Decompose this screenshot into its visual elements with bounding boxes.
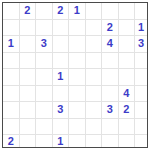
cell-r3c5[interactable] (69, 36, 86, 53)
clue-digit: 1 (57, 71, 63, 82)
cell-r4c6[interactable] (86, 53, 103, 70)
cell-r6c4[interactable] (53, 86, 70, 103)
cell-r5c2[interactable] (20, 69, 37, 86)
cell-r5c6[interactable] (86, 69, 103, 86)
cell-r9c7[interactable] (102, 135, 119, 147)
clue-digit: 3 (138, 38, 144, 49)
cell-r1c9[interactable] (135, 3, 147, 20)
cell-r6c5[interactable] (69, 86, 86, 103)
cell-r4c5[interactable] (69, 53, 86, 70)
cell-r9c1[interactable]: 2 (3, 135, 20, 147)
cell-r7c9[interactable] (135, 102, 147, 119)
cell-r3c8[interactable] (119, 36, 136, 53)
cell-r1c2[interactable]: 2 (20, 3, 37, 20)
cell-r3c7[interactable]: 4 (102, 36, 119, 53)
cell-r7c6[interactable] (86, 102, 103, 119)
cell-r2c7[interactable]: 2 (102, 20, 119, 37)
cell-r4c4[interactable] (53, 53, 70, 70)
cell-r8c2[interactable] (20, 119, 37, 136)
cell-r9c9[interactable] (135, 135, 147, 147)
cell-r8c4[interactable] (53, 119, 70, 136)
clue-digit: 3 (57, 104, 63, 115)
cell-r4c2[interactable] (20, 53, 37, 70)
cell-r1c6[interactable] (86, 3, 103, 20)
cell-r6c1[interactable] (3, 86, 20, 103)
clue-digit: 1 (74, 5, 80, 16)
cell-r2c3[interactable] (36, 20, 53, 37)
cell-r2c5[interactable] (69, 20, 86, 37)
cell-r2c6[interactable] (86, 20, 103, 37)
clue-digit: 1 (138, 22, 144, 33)
cell-r6c3[interactable] (36, 86, 53, 103)
cell-r7c2[interactable] (20, 102, 37, 119)
cell-r6c9[interactable] (135, 86, 147, 103)
cell-r9c2[interactable] (20, 135, 37, 147)
cell-r6c2[interactable] (20, 86, 37, 103)
cell-r2c9[interactable]: 1 (135, 20, 147, 37)
cell-r6c8[interactable]: 4 (119, 86, 136, 103)
clue-digit: 1 (57, 136, 63, 147)
cell-r8c8[interactable] (119, 119, 136, 136)
cell-r4c3[interactable] (36, 53, 53, 70)
cell-r5c4[interactable]: 1 (53, 69, 70, 86)
cell-r2c2[interactable] (20, 20, 37, 37)
cell-r8c5[interactable] (69, 119, 86, 136)
cell-r1c3[interactable] (36, 3, 53, 20)
cell-r7c8[interactable]: 2 (119, 102, 136, 119)
clue-digit: 2 (57, 5, 63, 16)
cell-r5c7[interactable] (102, 69, 119, 86)
cell-r9c3[interactable] (36, 135, 53, 147)
cell-r2c1[interactable] (3, 20, 20, 37)
cell-r8c3[interactable] (36, 119, 53, 136)
cell-r8c6[interactable] (86, 119, 103, 136)
cell-r1c1[interactable] (3, 3, 20, 20)
cell-r9c8[interactable] (119, 135, 136, 147)
cell-r9c5[interactable] (69, 135, 86, 147)
cell-r9c4[interactable]: 1 (53, 135, 70, 147)
clue-digit: 4 (107, 38, 113, 49)
clue-digit: 2 (107, 22, 113, 33)
cell-r3c6[interactable] (86, 36, 103, 53)
cell-r7c7[interactable]: 3 (102, 102, 119, 119)
cell-r2c8[interactable] (119, 20, 136, 37)
cell-r7c1[interactable] (3, 102, 20, 119)
cell-r3c4[interactable] (53, 36, 70, 53)
cell-r5c3[interactable] (36, 69, 53, 86)
cell-r7c3[interactable] (36, 102, 53, 119)
clue-digit: 2 (123, 104, 129, 115)
cell-r6c6[interactable] (86, 86, 103, 103)
cell-r4c1[interactable] (3, 53, 20, 70)
cell-r5c9[interactable] (135, 69, 147, 86)
cell-r2c4[interactable] (53, 20, 70, 37)
puzzle-board: 2212113431433221 (2, 2, 148, 148)
cell-r5c8[interactable] (119, 69, 136, 86)
clue-digit: 2 (24, 5, 30, 16)
cell-r1c4[interactable]: 2 (53, 3, 70, 20)
cell-r6c7[interactable] (102, 86, 119, 103)
cell-r1c5[interactable]: 1 (69, 3, 86, 20)
clue-digit: 3 (41, 38, 47, 49)
cell-r3c9[interactable]: 3 (135, 36, 147, 53)
clue-digit: 2 (8, 136, 14, 147)
cell-r4c8[interactable] (119, 53, 136, 70)
cell-r1c8[interactable] (119, 3, 136, 20)
cell-r8c9[interactable] (135, 119, 147, 136)
cell-r3c3[interactable]: 3 (36, 36, 53, 53)
cell-r1c7[interactable] (102, 3, 119, 20)
cell-r3c1[interactable]: 1 (3, 36, 20, 53)
clue-digit: 4 (123, 88, 129, 99)
cell-r3c2[interactable] (20, 36, 37, 53)
cell-r7c5[interactable] (69, 102, 86, 119)
cell-r8c7[interactable] (102, 119, 119, 136)
cell-r5c1[interactable] (3, 69, 20, 86)
cell-r7c4[interactable]: 3 (53, 102, 70, 119)
clue-digit: 3 (107, 104, 113, 115)
cell-r4c7[interactable] (102, 53, 119, 70)
clue-digit: 1 (8, 38, 14, 49)
puzzle-page: 2212113431433221 (0, 0, 150, 150)
cell-r5c5[interactable] (69, 69, 86, 86)
cell-r9c6[interactable] (86, 135, 103, 147)
cell-r8c1[interactable] (3, 119, 20, 136)
cell-r4c9[interactable] (135, 53, 147, 70)
